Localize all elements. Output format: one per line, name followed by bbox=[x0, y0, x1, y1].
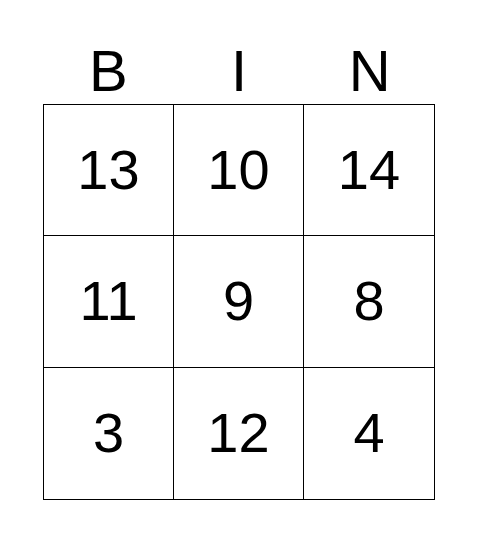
cell-r2c1[interactable]: 12 bbox=[174, 368, 304, 499]
cell-r1c2[interactable]: 8 bbox=[304, 236, 434, 367]
cell-r2c0[interactable]: 3 bbox=[44, 368, 174, 499]
cell-r2c2[interactable]: 4 bbox=[304, 368, 434, 499]
cell-r0c1[interactable]: 10 bbox=[174, 105, 304, 236]
bingo-header-row: B I N bbox=[43, 36, 435, 100]
column-header-i: I bbox=[231, 42, 247, 100]
cell-r0c2[interactable]: 14 bbox=[304, 105, 434, 236]
cell-r1c0[interactable]: 11 bbox=[44, 236, 174, 367]
cell-r0c0[interactable]: 13 bbox=[44, 105, 174, 236]
column-header-b: B bbox=[89, 42, 128, 100]
cell-r1c1[interactable]: 9 bbox=[174, 236, 304, 367]
bingo-card-grid: 13 10 14 11 9 8 3 12 4 bbox=[43, 104, 435, 500]
column-header-n: N bbox=[349, 42, 391, 100]
